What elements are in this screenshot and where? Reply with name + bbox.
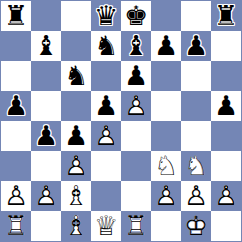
square-a5[interactable]: ♟ (1, 91, 31, 121)
piece-black-bishop[interactable]: ♝ (121, 31, 151, 61)
square-h5[interactable]: ♟ (211, 91, 241, 121)
chess-board: ♜♛♚♜♝♞♝♟♟♞♟♟♟♟♙♟♟♟♟♙♟♙♞♘♞♘♟♙♟♙♝♗♟♙♟♙♟♙♜♖… (0, 0, 242, 242)
white-piece-outline: ♘ (181, 151, 211, 181)
square-b1[interactable] (31, 211, 61, 241)
piece-white-king[interactable]: ♚♔ (181, 211, 211, 241)
piece-black-knight[interactable]: ♞ (91, 31, 121, 61)
square-f2[interactable]: ♟♙ (151, 181, 181, 211)
piece-white-bishop[interactable]: ♝♗ (61, 211, 91, 241)
square-c1[interactable]: ♝♗ (61, 211, 91, 241)
piece-white-rook[interactable]: ♜♖ (1, 211, 31, 241)
square-d4[interactable]: ♟♙ (91, 121, 121, 151)
square-h7[interactable] (211, 31, 241, 61)
square-a2[interactable]: ♟♙ (1, 181, 31, 211)
piece-white-pawn[interactable]: ♟♙ (121, 91, 151, 121)
white-piece-outline: ♙ (61, 151, 91, 181)
square-d5[interactable]: ♟ (91, 91, 121, 121)
square-e7[interactable]: ♝ (121, 31, 151, 61)
square-b7[interactable]: ♝ (31, 31, 61, 61)
square-a1[interactable]: ♜♖ (1, 211, 31, 241)
square-d1[interactable]: ♛♕ (91, 211, 121, 241)
square-b8[interactable] (31, 1, 61, 31)
square-e6[interactable]: ♟ (121, 61, 151, 91)
white-piece-outline: ♗ (61, 211, 91, 241)
piece-black-pawn[interactable]: ♟ (211, 91, 241, 121)
square-a8[interactable]: ♜ (1, 1, 31, 31)
square-a3[interactable] (1, 151, 31, 181)
square-h3[interactable] (211, 151, 241, 181)
piece-black-pawn[interactable]: ♟ (61, 121, 91, 151)
white-piece-outline: ♙ (31, 181, 61, 211)
square-f1[interactable] (151, 211, 181, 241)
square-g1[interactable]: ♚♔ (181, 211, 211, 241)
piece-black-queen[interactable]: ♛ (91, 1, 121, 31)
white-piece-outline: ♗ (61, 181, 91, 211)
square-g4[interactable] (181, 121, 211, 151)
white-piece-outline: ♘ (151, 151, 181, 181)
square-g7[interactable]: ♟ (181, 31, 211, 61)
square-e8[interactable]: ♚ (121, 1, 151, 31)
square-c5[interactable] (61, 91, 91, 121)
square-h1[interactable] (211, 211, 241, 241)
piece-white-pawn[interactable]: ♟♙ (1, 181, 31, 211)
square-e5[interactable]: ♟♙ (121, 91, 151, 121)
square-h4[interactable] (211, 121, 241, 151)
piece-black-pawn[interactable]: ♟ (121, 61, 151, 91)
square-c8[interactable] (61, 1, 91, 31)
white-piece-outline: ♙ (211, 181, 241, 211)
square-b4[interactable]: ♟ (31, 121, 61, 151)
square-h2[interactable]: ♟♙ (211, 181, 241, 211)
white-piece-outline: ♙ (1, 181, 31, 211)
piece-white-rook[interactable]: ♜♖ (121, 211, 151, 241)
square-e2[interactable] (121, 181, 151, 211)
square-d6[interactable] (91, 61, 121, 91)
square-a7[interactable] (1, 31, 31, 61)
white-piece-outline: ♖ (1, 211, 31, 241)
square-f4[interactable] (151, 121, 181, 151)
square-f8[interactable] (151, 1, 181, 31)
square-f6[interactable] (151, 61, 181, 91)
piece-white-queen[interactable]: ♛♕ (91, 211, 121, 241)
piece-white-pawn[interactable]: ♟♙ (91, 121, 121, 151)
piece-black-knight[interactable]: ♞ (61, 61, 91, 91)
square-f7[interactable]: ♟ (151, 31, 181, 61)
square-a4[interactable] (1, 121, 31, 151)
square-g3[interactable]: ♞♘ (181, 151, 211, 181)
piece-white-pawn[interactable]: ♟♙ (151, 181, 181, 211)
white-piece-outline: ♙ (121, 91, 151, 121)
square-c3[interactable]: ♟♙ (61, 151, 91, 181)
square-b3[interactable] (31, 151, 61, 181)
square-d7[interactable]: ♞ (91, 31, 121, 61)
square-g2[interactable]: ♟♙ (181, 181, 211, 211)
white-piece-outline: ♙ (151, 181, 181, 211)
piece-white-pawn[interactable]: ♟♙ (31, 181, 61, 211)
square-h6[interactable] (211, 61, 241, 91)
square-f5[interactable] (151, 91, 181, 121)
square-d2[interactable] (91, 181, 121, 211)
square-g6[interactable] (181, 61, 211, 91)
square-c7[interactable] (61, 31, 91, 61)
piece-white-pawn[interactable]: ♟♙ (61, 151, 91, 181)
square-e4[interactable] (121, 121, 151, 151)
piece-black-rook[interactable]: ♜ (1, 1, 31, 31)
piece-black-pawn[interactable]: ♟ (151, 31, 181, 61)
piece-black-king[interactable]: ♚ (121, 1, 151, 31)
square-e3[interactable] (121, 151, 151, 181)
piece-white-pawn[interactable]: ♟♙ (211, 181, 241, 211)
square-c2[interactable]: ♝♗ (61, 181, 91, 211)
piece-white-knight[interactable]: ♞♘ (181, 151, 211, 181)
square-c6[interactable]: ♞ (61, 61, 91, 91)
white-piece-outline: ♔ (181, 211, 211, 241)
square-b5[interactable] (31, 91, 61, 121)
piece-black-pawn[interactable]: ♟ (1, 91, 31, 121)
white-piece-outline: ♙ (91, 121, 121, 151)
white-piece-outline: ♖ (121, 211, 151, 241)
square-b2[interactable]: ♟♙ (31, 181, 61, 211)
square-f3[interactable]: ♞♘ (151, 151, 181, 181)
square-d3[interactable] (91, 151, 121, 181)
square-c4[interactable]: ♟ (61, 121, 91, 151)
piece-black-rook[interactable]: ♜ (211, 1, 241, 31)
piece-white-knight[interactable]: ♞♘ (151, 151, 181, 181)
piece-black-bishop[interactable]: ♝ (31, 31, 61, 61)
square-h8[interactable]: ♜ (211, 1, 241, 31)
square-a6[interactable] (1, 61, 31, 91)
square-g5[interactable] (181, 91, 211, 121)
white-piece-outline: ♕ (91, 211, 121, 241)
piece-white-bishop[interactable]: ♝♗ (61, 181, 91, 211)
white-piece-outline: ♙ (181, 181, 211, 211)
piece-black-pawn[interactable]: ♟ (31, 121, 61, 151)
piece-black-pawn[interactable]: ♟ (91, 91, 121, 121)
piece-white-pawn[interactable]: ♟♙ (181, 181, 211, 211)
square-b6[interactable] (31, 61, 61, 91)
square-d8[interactable]: ♛ (91, 1, 121, 31)
piece-black-pawn[interactable]: ♟ (181, 31, 211, 61)
square-g8[interactable] (181, 1, 211, 31)
square-e1[interactable]: ♜♖ (121, 211, 151, 241)
